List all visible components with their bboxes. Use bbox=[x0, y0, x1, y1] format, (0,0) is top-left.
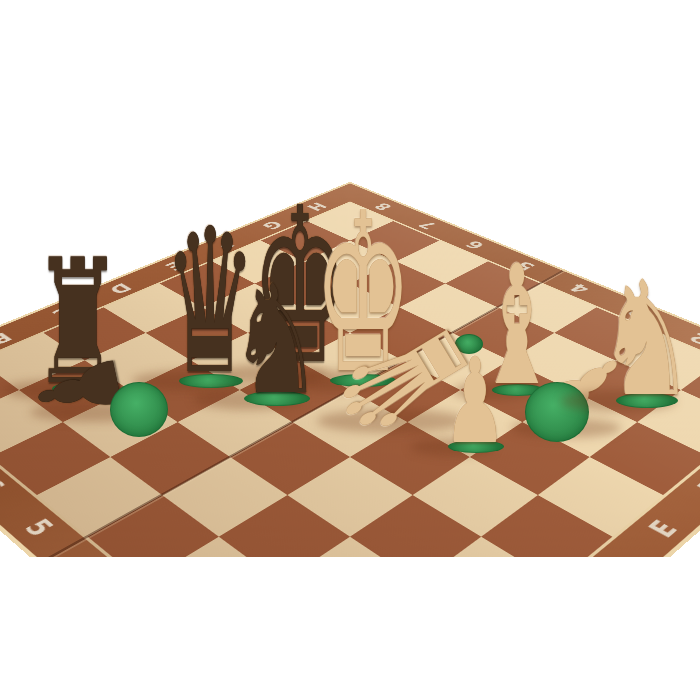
background-crop bbox=[0, 557, 700, 700]
knight-glyph: ♞ bbox=[229, 265, 323, 415]
felt-pad bbox=[455, 334, 483, 354]
felt-pad bbox=[330, 374, 396, 387]
piece-shadow bbox=[317, 409, 467, 433]
piece-shadow bbox=[561, 390, 676, 412]
felt-pad bbox=[179, 374, 243, 388]
felt-pad bbox=[52, 382, 110, 396]
felt-pad bbox=[110, 382, 168, 437]
piece-shadow bbox=[511, 418, 621, 438]
pawn-glyph: ♟ bbox=[20, 346, 141, 432]
king-glyph: ♚ bbox=[314, 184, 413, 404]
pawn-glyph: ♟ bbox=[529, 334, 641, 438]
queen-glyph: ♛ bbox=[308, 296, 502, 460]
felt-pad bbox=[616, 393, 678, 408]
felt-pad bbox=[492, 384, 544, 396]
queen-glyph: ♛ bbox=[163, 202, 256, 402]
piece-shadow bbox=[30, 402, 155, 422]
piece-shadow bbox=[193, 388, 303, 410]
pawn-glyph: ♟ bbox=[443, 342, 506, 460]
piece-shadow bbox=[278, 370, 393, 392]
piece-shadow bbox=[217, 364, 327, 384]
felt-pad bbox=[448, 440, 504, 453]
bishop-glyph: ♝ bbox=[476, 244, 557, 409]
felt-pad bbox=[525, 382, 589, 442]
chess-product-photo: H8H8G7G7F6F6E5E5D4D4C3C3B2B2A1A1 ♚♛♜♚♞♟♛… bbox=[0, 0, 700, 700]
piece-shadow bbox=[4, 380, 104, 400]
piece-shadow bbox=[132, 371, 237, 391]
felt-pad bbox=[244, 391, 310, 406]
rook-glyph: ♜ bbox=[32, 237, 125, 409]
piece-shadow bbox=[410, 438, 495, 456]
knight-glyph: ♞ bbox=[596, 260, 695, 418]
king-glyph: ♚ bbox=[252, 179, 348, 394]
piece-shadow bbox=[452, 382, 537, 400]
